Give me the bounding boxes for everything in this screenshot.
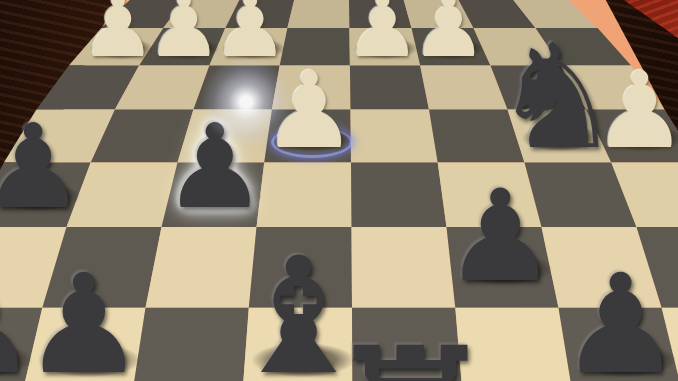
square-d5[interactable] <box>351 162 447 227</box>
square-d2[interactable] <box>349 28 420 65</box>
square-d4[interactable] <box>351 110 438 163</box>
square-e2[interactable] <box>280 28 350 65</box>
square-e1[interactable] <box>287 0 349 28</box>
square-f6[interactable] <box>146 227 257 308</box>
square-e5[interactable] <box>257 162 352 227</box>
square-e6[interactable] <box>249 227 352 308</box>
square-b7[interactable] <box>559 308 678 381</box>
square-d6[interactable] <box>352 227 456 308</box>
square-c7[interactable] <box>455 308 575 381</box>
square-f7[interactable] <box>130 308 249 381</box>
chess-board <box>0 0 678 381</box>
square-d7[interactable] <box>352 308 464 381</box>
chess-3d-game: ♟♟♟♟♟♟♟♞♟♟♟♝♟♟♟♜ <box>0 0 678 381</box>
square-e7[interactable] <box>241 308 352 381</box>
square-d1[interactable] <box>349 0 412 28</box>
square-d3[interactable] <box>350 65 429 109</box>
square-e4[interactable] <box>264 110 351 163</box>
square-f4[interactable] <box>178 110 272 163</box>
square-f5[interactable] <box>162 162 265 227</box>
square-c5[interactable] <box>438 162 542 227</box>
square-c6[interactable] <box>447 227 559 308</box>
square-e3[interactable] <box>272 65 351 109</box>
